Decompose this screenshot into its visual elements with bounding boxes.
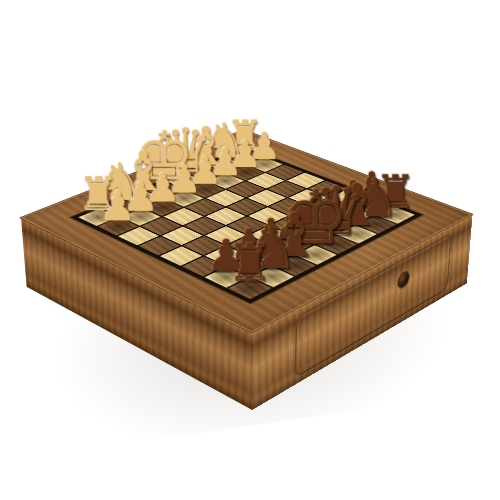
black-rook[interactable]: ♜	[210, 237, 290, 288]
chess-set-photo: ♜♞♝♚♛♝♞♜♟♟♟♟♟♟♟♟♟♟♟♟♟♟♟♟♜♞♝♚♛♝♞♜	[0, 0, 500, 500]
chess-box: ♜♞♝♚♛♝♞♜♟♟♟♟♟♟♟♟♟♟♟♟♟♟♟♟♜♞♝♚♛♝♞♜	[19, 129, 474, 333]
black-rook-glyph: ♜	[210, 237, 290, 288]
square-h8[interactable]: ♜	[228, 278, 272, 299]
white-pawn-glyph: ♟	[82, 186, 155, 227]
white-pawn[interactable]: ♟	[82, 186, 155, 227]
square-h2[interactable]: ♟	[98, 218, 138, 236]
